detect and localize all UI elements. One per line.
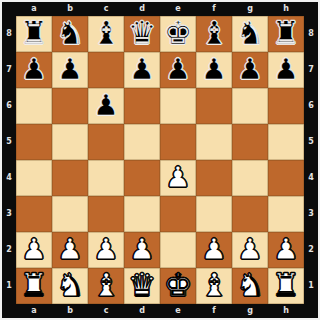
square-b8[interactable]: ♞	[52, 16, 88, 52]
square-d6[interactable]	[124, 88, 160, 124]
square-e8[interactable]: ♚	[160, 16, 196, 52]
piece-black-pawn[interactable]: ♟	[21, 51, 47, 87]
square-c5[interactable]	[88, 124, 124, 160]
square-b1[interactable]: ♞	[52, 268, 88, 304]
square-h6[interactable]	[268, 88, 304, 124]
square-c6[interactable]: ♟	[88, 88, 124, 124]
square-f7[interactable]: ♟	[196, 52, 232, 88]
chess-board: ♜♞♝♛♚♝♞♜♟♟♟♟♟♟♟♟♟♟♟♟♟♟♟♟♜♞♝♛♚♝♞♜	[16, 16, 304, 304]
square-c2[interactable]: ♟	[88, 232, 124, 268]
file-label-e-bottom: e	[160, 304, 196, 318]
piece-black-pawn[interactable]: ♟	[201, 51, 227, 87]
square-h5[interactable]	[268, 124, 304, 160]
piece-white-bishop[interactable]: ♝	[200, 267, 229, 303]
piece-white-pawn[interactable]: ♟	[93, 231, 119, 267]
rank-label-2-right: 2	[304, 232, 318, 268]
piece-black-pawn[interactable]: ♟	[57, 51, 83, 87]
rank-label-4-left: 4	[2, 160, 16, 196]
piece-black-queen[interactable]: ♛	[128, 15, 157, 51]
rank-label-6-right: 6	[304, 88, 318, 124]
file-label-a-bottom: a	[16, 304, 52, 318]
square-a1[interactable]: ♜	[16, 268, 52, 304]
square-d1[interactable]: ♛	[124, 268, 160, 304]
piece-white-pawn[interactable]: ♟	[237, 231, 263, 267]
piece-white-bishop[interactable]: ♝	[92, 267, 121, 303]
piece-black-knight[interactable]: ♞	[56, 15, 85, 51]
square-g3[interactable]	[232, 196, 268, 232]
square-a2[interactable]: ♟	[16, 232, 52, 268]
square-g6[interactable]	[232, 88, 268, 124]
square-e1[interactable]: ♚	[160, 268, 196, 304]
piece-white-pawn[interactable]: ♟	[57, 231, 83, 267]
rank-label-7-right: 7	[304, 52, 318, 88]
rank-label-3-right: 3	[304, 196, 318, 232]
square-c1[interactable]: ♝	[88, 268, 124, 304]
square-a3[interactable]	[16, 196, 52, 232]
square-h7[interactable]: ♟	[268, 52, 304, 88]
square-a6[interactable]	[16, 88, 52, 124]
square-f8[interactable]: ♝	[196, 16, 232, 52]
square-d4[interactable]	[124, 160, 160, 196]
square-a4[interactable]	[16, 160, 52, 196]
square-b2[interactable]: ♟	[52, 232, 88, 268]
piece-white-king[interactable]: ♚	[164, 267, 193, 303]
square-e4[interactable]: ♟	[160, 160, 196, 196]
square-g7[interactable]: ♟	[232, 52, 268, 88]
square-d2[interactable]: ♟	[124, 232, 160, 268]
square-g2[interactable]: ♟	[232, 232, 268, 268]
square-c7[interactable]	[88, 52, 124, 88]
rank-labels-right: 87654321	[304, 16, 318, 304]
piece-black-king[interactable]: ♚	[164, 15, 193, 51]
square-a5[interactable]	[16, 124, 52, 160]
rank-labels-left: 87654321	[2, 16, 16, 304]
square-h3[interactable]	[268, 196, 304, 232]
square-f5[interactable]	[196, 124, 232, 160]
piece-white-pawn[interactable]: ♟	[21, 231, 47, 267]
piece-black-pawn[interactable]: ♟	[237, 51, 263, 87]
file-labels-bottom: abcdefgh	[16, 304, 304, 318]
square-a7[interactable]: ♟	[16, 52, 52, 88]
square-h8[interactable]: ♜	[268, 16, 304, 52]
rank-label-8-left: 8	[2, 16, 16, 52]
piece-black-pawn[interactable]: ♟	[93, 87, 119, 123]
square-c8[interactable]: ♝	[88, 16, 124, 52]
rank-label-7-left: 7	[2, 52, 16, 88]
piece-black-knight[interactable]: ♞	[236, 15, 265, 51]
rank-label-3-left: 3	[2, 196, 16, 232]
square-b4[interactable]	[52, 160, 88, 196]
piece-black-rook[interactable]: ♜	[272, 15, 301, 51]
file-label-h-bottom: h	[268, 304, 304, 318]
rank-label-4-right: 4	[304, 160, 318, 196]
square-c4[interactable]	[88, 160, 124, 196]
rank-label-2-left: 2	[2, 232, 16, 268]
file-label-g-bottom: g	[232, 304, 268, 318]
piece-black-bishop[interactable]: ♝	[200, 15, 229, 51]
square-f3[interactable]	[196, 196, 232, 232]
square-f6[interactable]	[196, 88, 232, 124]
square-e6[interactable]	[160, 88, 196, 124]
rank-label-1-left: 1	[2, 268, 16, 304]
square-e3[interactable]	[160, 196, 196, 232]
piece-black-rook[interactable]: ♜	[20, 15, 49, 51]
square-f4[interactable]	[196, 160, 232, 196]
piece-white-knight[interactable]: ♞	[56, 267, 85, 303]
square-b7[interactable]: ♟	[52, 52, 88, 88]
square-g8[interactable]: ♞	[232, 16, 268, 52]
piece-white-pawn[interactable]: ♟	[201, 231, 227, 267]
square-d3[interactable]	[124, 196, 160, 232]
square-b6[interactable]	[52, 88, 88, 124]
file-label-f-bottom: f	[196, 304, 232, 318]
piece-black-pawn[interactable]: ♟	[165, 51, 191, 87]
square-e7[interactable]: ♟	[160, 52, 196, 88]
file-label-d-bottom: d	[124, 304, 160, 318]
piece-white-rook[interactable]: ♜	[272, 267, 301, 303]
chess-app: { "game": "chess", "description": "Caro-…	[0, 0, 320, 320]
rank-label-6-left: 6	[2, 88, 16, 124]
file-label-c-bottom: c	[88, 304, 124, 318]
piece-black-pawn[interactable]: ♟	[129, 51, 155, 87]
square-b5[interactable]	[52, 124, 88, 160]
square-g4[interactable]	[232, 160, 268, 196]
square-e5[interactable]	[160, 124, 196, 160]
piece-black-bishop[interactable]: ♝	[92, 15, 121, 51]
square-e2[interactable]	[160, 232, 196, 268]
rank-label-5-left: 5	[2, 124, 16, 160]
square-h4[interactable]	[268, 160, 304, 196]
rank-label-1-right: 1	[304, 268, 318, 304]
square-h1[interactable]: ♜	[268, 268, 304, 304]
square-c3[interactable]	[88, 196, 124, 232]
rank-label-8-right: 8	[304, 16, 318, 52]
square-d8[interactable]: ♛	[124, 16, 160, 52]
piece-white-queen[interactable]: ♛	[128, 267, 157, 303]
square-d7[interactable]: ♟	[124, 52, 160, 88]
square-g1[interactable]: ♞	[232, 268, 268, 304]
piece-white-pawn[interactable]: ♟	[273, 231, 299, 267]
piece-white-pawn[interactable]: ♟	[129, 231, 155, 267]
piece-black-pawn[interactable]: ♟	[273, 51, 299, 87]
square-h2[interactable]: ♟	[268, 232, 304, 268]
square-f1[interactable]: ♝	[196, 268, 232, 304]
piece-white-knight[interactable]: ♞	[236, 267, 265, 303]
square-g5[interactable]	[232, 124, 268, 160]
rank-label-5-right: 5	[304, 124, 318, 160]
file-label-b-bottom: b	[52, 304, 88, 318]
square-d5[interactable]	[124, 124, 160, 160]
square-b3[interactable]	[52, 196, 88, 232]
piece-white-pawn[interactable]: ♟	[165, 159, 191, 195]
piece-white-rook[interactable]: ♜	[20, 267, 49, 303]
square-f2[interactable]: ♟	[196, 232, 232, 268]
square-a8[interactable]: ♜	[16, 16, 52, 52]
